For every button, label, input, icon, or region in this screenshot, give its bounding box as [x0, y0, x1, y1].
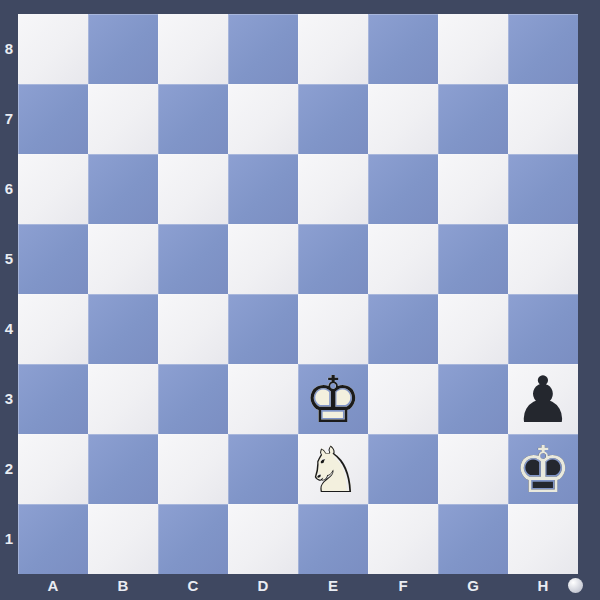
square-a4[interactable] — [18, 294, 88, 364]
square-b7[interactable] — [88, 84, 158, 154]
square-c7[interactable] — [158, 84, 228, 154]
black-pawn-glyph: ♟ — [508, 364, 578, 434]
square-f2[interactable] — [368, 434, 438, 504]
rank-labels: 87654321 — [0, 14, 18, 574]
square-h8[interactable] — [508, 14, 578, 84]
square-a6[interactable] — [18, 154, 88, 224]
square-h3[interactable]: ♟ — [508, 364, 578, 434]
square-e6[interactable] — [298, 154, 368, 224]
square-b6[interactable] — [88, 154, 158, 224]
square-b8[interactable] — [88, 14, 158, 84]
side-to-move-indicator — [568, 578, 583, 593]
square-b2[interactable] — [88, 434, 158, 504]
square-f6[interactable] — [368, 154, 438, 224]
square-b5[interactable] — [88, 224, 158, 294]
square-c3[interactable] — [158, 364, 228, 434]
square-e3[interactable]: ♚♔ — [298, 364, 368, 434]
rank-label-2: 2 — [0, 434, 18, 504]
square-a1[interactable] — [18, 504, 88, 574]
file-label-f: F — [368, 574, 438, 600]
square-f4[interactable] — [368, 294, 438, 364]
square-f3[interactable] — [368, 364, 438, 434]
square-e8[interactable] — [298, 14, 368, 84]
square-c2[interactable] — [158, 434, 228, 504]
square-h5[interactable] — [508, 224, 578, 294]
square-b1[interactable] — [88, 504, 158, 574]
piece-black-king[interactable]: ♚♔ — [508, 434, 578, 504]
rank-label-5: 5 — [0, 224, 18, 294]
square-f7[interactable] — [368, 84, 438, 154]
piece-white-king[interactable]: ♚♔ — [298, 364, 368, 434]
square-a5[interactable] — [18, 224, 88, 294]
square-h1[interactable] — [508, 504, 578, 574]
file-label-a: A — [18, 574, 88, 600]
white-knight-outline-glyph: ♘ — [298, 434, 368, 504]
rank-label-7: 7 — [0, 84, 18, 154]
piece-white-knight[interactable]: ♞♘ — [298, 434, 368, 504]
square-g3[interactable] — [438, 364, 508, 434]
board: ♚♔♟♞♘♚♔ — [18, 14, 578, 574]
square-h4[interactable] — [508, 294, 578, 364]
square-b3[interactable] — [88, 364, 158, 434]
square-e2[interactable]: ♞♘ — [298, 434, 368, 504]
square-c5[interactable] — [158, 224, 228, 294]
square-a2[interactable] — [18, 434, 88, 504]
square-b4[interactable] — [88, 294, 158, 364]
square-e1[interactable] — [298, 504, 368, 574]
black-king-outline-glyph: ♔ — [508, 434, 578, 504]
square-d7[interactable] — [228, 84, 298, 154]
file-label-g: G — [438, 574, 508, 600]
square-g4[interactable] — [438, 294, 508, 364]
file-label-d: D — [228, 574, 298, 600]
square-g5[interactable] — [438, 224, 508, 294]
rank-label-1: 1 — [0, 504, 18, 574]
file-label-e: E — [298, 574, 368, 600]
file-labels: ABCDEFGH — [18, 574, 578, 600]
square-d3[interactable] — [228, 364, 298, 434]
rank-label-4: 4 — [0, 294, 18, 364]
file-label-b: B — [88, 574, 158, 600]
square-g1[interactable] — [438, 504, 508, 574]
square-g7[interactable] — [438, 84, 508, 154]
square-h6[interactable] — [508, 154, 578, 224]
square-g8[interactable] — [438, 14, 508, 84]
square-h2[interactable]: ♚♔ — [508, 434, 578, 504]
chess-app: ♚♔♟♞♘♚♔ 87654321 ABCDEFGH — [0, 0, 600, 600]
square-d4[interactable] — [228, 294, 298, 364]
square-d6[interactable] — [228, 154, 298, 224]
rank-label-3: 3 — [0, 364, 18, 434]
square-d8[interactable] — [228, 14, 298, 84]
square-a7[interactable] — [18, 84, 88, 154]
square-f8[interactable] — [368, 14, 438, 84]
rank-label-8: 8 — [0, 14, 18, 84]
square-f5[interactable] — [368, 224, 438, 294]
piece-black-pawn[interactable]: ♟ — [508, 364, 578, 434]
square-f1[interactable] — [368, 504, 438, 574]
square-d5[interactable] — [228, 224, 298, 294]
square-g6[interactable] — [438, 154, 508, 224]
square-e7[interactable] — [298, 84, 368, 154]
square-d1[interactable] — [228, 504, 298, 574]
square-c8[interactable] — [158, 14, 228, 84]
square-d2[interactable] — [228, 434, 298, 504]
square-c6[interactable] — [158, 154, 228, 224]
square-c4[interactable] — [158, 294, 228, 364]
square-a8[interactable] — [18, 14, 88, 84]
square-g2[interactable] — [438, 434, 508, 504]
rank-label-6: 6 — [0, 154, 18, 224]
square-e5[interactable] — [298, 224, 368, 294]
square-h7[interactable] — [508, 84, 578, 154]
file-label-c: C — [158, 574, 228, 600]
white-king-outline-glyph: ♔ — [298, 364, 368, 434]
square-a3[interactable] — [18, 364, 88, 434]
square-c1[interactable] — [158, 504, 228, 574]
square-e4[interactable] — [298, 294, 368, 364]
